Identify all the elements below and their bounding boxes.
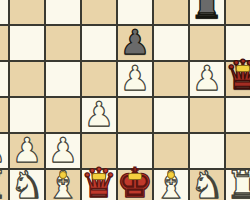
square-h6[interactable]: [226, 0, 250, 24]
square-g6[interactable]: ♜: [190, 0, 224, 24]
square-c6[interactable]: [46, 0, 80, 24]
white-rook[interactable]: ♜: [226, 166, 250, 200]
white-knight[interactable]: ♞: [10, 166, 44, 200]
square-c1[interactable]: ♝: [46, 170, 80, 200]
white-pawn[interactable]: ♟: [12, 133, 42, 167]
black-pawn[interactable]: ♟: [120, 25, 150, 59]
bishop-star-icon: [59, 171, 67, 179]
crown-icon: [236, 65, 250, 72]
square-f3[interactable]: [154, 98, 188, 132]
white-knight[interactable]: ♞: [190, 166, 224, 200]
square-a4[interactable]: [0, 62, 8, 96]
white-rook[interactable]: ♜: [0, 166, 8, 200]
white-pawn[interactable]: ♟: [120, 61, 150, 95]
square-a1[interactable]: ♜: [0, 170, 8, 200]
square-c4[interactable]: [46, 62, 80, 96]
crown-icon: [128, 173, 142, 180]
square-d5[interactable]: [82, 26, 116, 60]
bishop-star-icon: [167, 171, 175, 179]
square-g4[interactable]: ♟: [190, 62, 224, 96]
square-d1[interactable]: ♛: [82, 170, 116, 200]
square-e1[interactable]: ♚: [118, 170, 152, 200]
black-queen[interactable]: ♛: [225, 55, 250, 96]
square-d4[interactable]: [82, 62, 116, 96]
white-pawn[interactable]: ♟: [48, 133, 78, 167]
square-g5[interactable]: [190, 26, 224, 60]
white-pawn[interactable]: ♟: [0, 133, 6, 167]
white-king[interactable]: ♚: [117, 163, 154, 200]
square-b3[interactable]: [10, 98, 44, 132]
square-b1[interactable]: ♞: [10, 170, 44, 200]
square-e5[interactable]: ♟: [118, 26, 152, 60]
black-rook[interactable]: ♜: [190, 0, 224, 24]
chess-board-viewport: ♜♞♝♚♝♞♟♟♟♟♟♟♟♜♟♟♟♛♟♟♟♟♜♞♝♛♚♝♞♜: [0, 0, 250, 200]
square-b4[interactable]: [10, 62, 44, 96]
square-e3[interactable]: [118, 98, 152, 132]
white-queen[interactable]: ♛: [81, 163, 118, 200]
square-d3[interactable]: ♟: [82, 98, 116, 132]
square-e6[interactable]: [118, 0, 152, 24]
square-c3[interactable]: [46, 98, 80, 132]
square-b5[interactable]: [10, 26, 44, 60]
square-a5[interactable]: [0, 26, 8, 60]
square-a6[interactable]: [0, 0, 8, 24]
square-f4[interactable]: [154, 62, 188, 96]
square-f1[interactable]: ♝: [154, 170, 188, 200]
square-h4[interactable]: ♛: [226, 62, 250, 96]
square-g1[interactable]: ♞: [190, 170, 224, 200]
chess-board: ♜♞♝♚♝♞♟♟♟♟♟♟♟♜♟♟♟♛♟♟♟♟♜♞♝♛♚♝♞♜: [0, 0, 250, 200]
square-b6[interactable]: [10, 0, 44, 24]
white-pawn[interactable]: ♟: [192, 61, 222, 95]
square-h3[interactable]: [226, 98, 250, 132]
square-e4[interactable]: ♟: [118, 62, 152, 96]
square-c5[interactable]: [46, 26, 80, 60]
square-d6[interactable]: [82, 0, 116, 24]
crown-icon: [92, 173, 106, 180]
square-f5[interactable]: [154, 26, 188, 60]
square-g3[interactable]: [190, 98, 224, 132]
square-f6[interactable]: [154, 0, 188, 24]
white-pawn[interactable]: ♟: [84, 97, 114, 131]
square-a3[interactable]: [0, 98, 8, 132]
square-h1[interactable]: ♜: [226, 170, 250, 200]
